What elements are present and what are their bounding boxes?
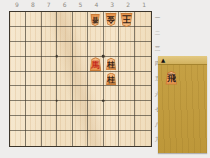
board-square[interactable] bbox=[41, 72, 57, 87]
rank-label: 一 bbox=[153, 11, 162, 26]
star-point-icon bbox=[55, 55, 58, 58]
file-label: 7 bbox=[41, 0, 57, 10]
star-point-icon bbox=[102, 99, 105, 102]
grid-line bbox=[10, 115, 151, 116]
hand-piece-sente-rook[interactable]: 飛 bbox=[165, 71, 178, 85]
board-square[interactable] bbox=[104, 86, 120, 101]
board-square[interactable] bbox=[10, 131, 26, 146]
board-square[interactable] bbox=[135, 57, 151, 72]
board-square[interactable] bbox=[135, 86, 151, 101]
board-square[interactable] bbox=[41, 57, 57, 72]
grid-line bbox=[56, 12, 57, 146]
board-square[interactable] bbox=[10, 12, 26, 27]
grid-line bbox=[10, 100, 151, 101]
grid-line bbox=[10, 26, 151, 27]
board-square[interactable] bbox=[135, 42, 151, 57]
board-square[interactable] bbox=[26, 86, 42, 101]
board-square[interactable] bbox=[26, 72, 42, 87]
grid-line bbox=[41, 12, 42, 146]
board-square[interactable] bbox=[57, 12, 73, 27]
file-label: 1 bbox=[136, 0, 152, 10]
grid-line bbox=[10, 56, 151, 57]
board-square[interactable] bbox=[73, 27, 89, 42]
board-square[interactable] bbox=[26, 42, 42, 57]
board-square[interactable] bbox=[73, 72, 89, 87]
grid-line bbox=[10, 41, 151, 42]
piece-glyph: 飛 bbox=[165, 72, 178, 84]
komadai: ▲ 飛 bbox=[158, 56, 207, 153]
file-label: 9 bbox=[9, 0, 25, 10]
board-square[interactable] bbox=[135, 131, 151, 146]
board-square[interactable] bbox=[88, 27, 104, 42]
board-square[interactable] bbox=[104, 42, 120, 57]
board-square[interactable] bbox=[10, 42, 26, 57]
board-square[interactable] bbox=[26, 12, 42, 27]
file-label: 3 bbox=[104, 0, 120, 10]
board-square[interactable] bbox=[73, 57, 89, 72]
board-squares bbox=[10, 12, 151, 146]
grid-line bbox=[134, 12, 135, 146]
board-square[interactable] bbox=[57, 42, 73, 57]
grid-line bbox=[10, 130, 151, 131]
board-square[interactable] bbox=[41, 27, 57, 42]
shogi-diagram: 987654321 一二三四五六七八九 香金王馬桂桂 ▲ 飛 bbox=[0, 0, 210, 158]
board-square[interactable] bbox=[10, 72, 26, 87]
board-square[interactable] bbox=[104, 131, 120, 146]
board-square[interactable] bbox=[10, 86, 26, 101]
board-square[interactable] bbox=[88, 72, 104, 87]
grid-line bbox=[10, 85, 151, 86]
board-square[interactable] bbox=[57, 27, 73, 42]
board-square[interactable] bbox=[57, 57, 73, 72]
sente-marker-icon: ▲ bbox=[161, 56, 165, 65]
star-point-icon bbox=[102, 55, 105, 58]
board-square[interactable] bbox=[10, 27, 26, 42]
file-label: 5 bbox=[73, 0, 89, 10]
file-label: 8 bbox=[25, 0, 41, 10]
board-square[interactable] bbox=[26, 27, 42, 42]
board-square[interactable] bbox=[73, 86, 89, 101]
board-square[interactable] bbox=[57, 86, 73, 101]
grid-line bbox=[25, 12, 26, 146]
grid-line bbox=[103, 12, 104, 146]
rank-label: 三 bbox=[153, 41, 162, 56]
board-square[interactable] bbox=[26, 57, 42, 72]
board-square[interactable] bbox=[135, 72, 151, 87]
board-square[interactable] bbox=[73, 42, 89, 57]
file-label: 4 bbox=[88, 0, 104, 10]
komadai-top: ▲ bbox=[158, 56, 207, 65]
rank-label: 二 bbox=[153, 26, 162, 41]
board-square[interactable] bbox=[135, 27, 151, 42]
board-square[interactable] bbox=[41, 12, 57, 27]
board-square[interactable] bbox=[135, 12, 151, 27]
board-square[interactable] bbox=[57, 131, 73, 146]
board-square[interactable] bbox=[41, 42, 57, 57]
board-square[interactable] bbox=[57, 72, 73, 87]
grid-line bbox=[87, 12, 88, 146]
grid-line bbox=[10, 71, 151, 72]
grid-line bbox=[72, 12, 73, 146]
board-square[interactable] bbox=[88, 131, 104, 146]
board-square[interactable] bbox=[104, 27, 120, 42]
komadai-hand-area: 飛 bbox=[158, 66, 207, 153]
board-square[interactable] bbox=[41, 131, 57, 146]
board-square[interactable] bbox=[73, 131, 89, 146]
file-label: 6 bbox=[57, 0, 73, 10]
file-labels: 987654321 bbox=[9, 0, 152, 10]
shogi-board[interactable]: 香金王馬桂桂 bbox=[9, 11, 152, 147]
board-square[interactable] bbox=[73, 12, 89, 27]
star-point-icon bbox=[55, 99, 58, 102]
board-square[interactable] bbox=[10, 57, 26, 72]
board-square[interactable] bbox=[26, 131, 42, 146]
file-label: 2 bbox=[120, 0, 136, 10]
grid-line bbox=[118, 12, 119, 146]
